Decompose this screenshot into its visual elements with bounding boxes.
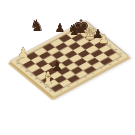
piece-dark-knight[interactable]: ♞ [30,18,44,34]
product-photo-chess-set: abcdefgh 87654321 87654321 ♞♟♚♞♟♛♟♟♟♝ [0,0,135,135]
chess-board: abcdefgh 87654321 87654321 [10,21,128,97]
board-grid [17,25,120,91]
